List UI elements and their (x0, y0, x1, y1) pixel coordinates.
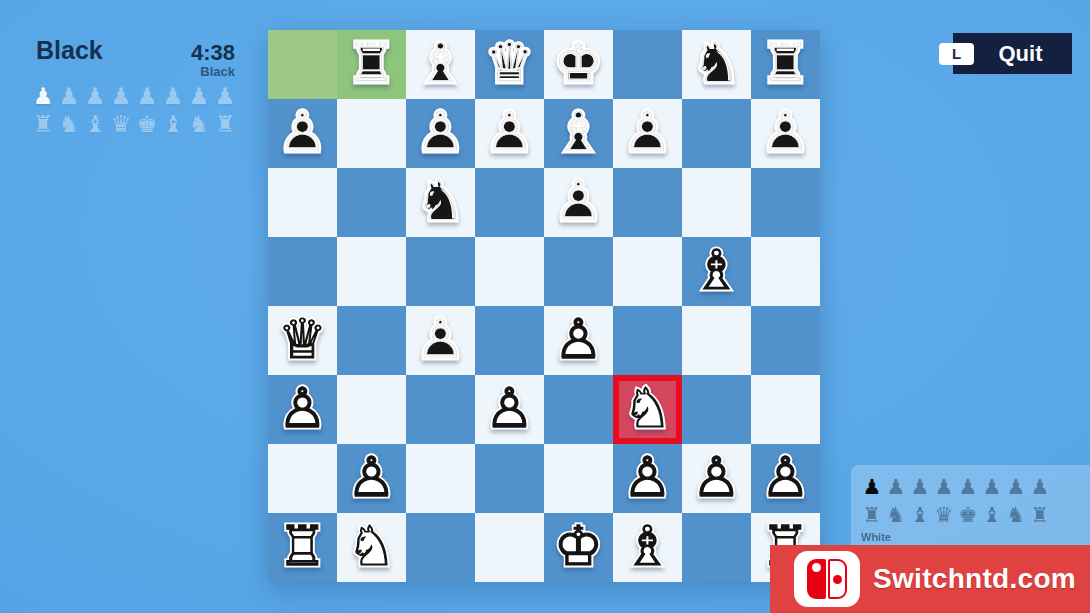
black-rook[interactable]: ♜♖ (337, 30, 406, 99)
game-screen: Black 4:38 Black ♟♟♟♟♟♟♟♟ ♜♞♝♛♚♝♞♜ L Qui… (0, 0, 1090, 613)
watermark-text: Switchntd.com (873, 563, 1076, 595)
square-c1[interactable] (406, 513, 475, 582)
piece-detail: ♗ (613, 513, 682, 582)
piece-detail: ♙ (475, 99, 544, 168)
square-d8[interactable]: ♛♕ (475, 30, 544, 99)
square-e1[interactable]: ♚♔ (544, 513, 613, 582)
piece-detail: ♙ (751, 444, 820, 513)
piece-detail: ♗ (406, 30, 475, 99)
square-a8[interactable] (268, 30, 337, 99)
captured-pawn-icon: ♟ (860, 474, 884, 502)
square-c2[interactable] (406, 444, 475, 513)
piece-detail: ♙ (475, 375, 544, 444)
captured-knight-icon: ♞ (884, 502, 908, 530)
square-e6[interactable]: ♟♙ (544, 168, 613, 237)
black-bishop[interactable]: ♝♗ (406, 30, 475, 99)
clock-time: 4:38 (140, 40, 235, 66)
piece-detail: ♙ (544, 168, 613, 237)
piece-detail: ♙ (544, 306, 613, 375)
square-a1[interactable]: ♜♖ (268, 513, 337, 582)
captured-pawn-icon: ♟ (160, 82, 186, 110)
white-pawn[interactable]: ♟♙ (337, 444, 406, 513)
nintendo-switch-logo-icon (794, 551, 860, 607)
square-b7[interactable] (337, 99, 406, 168)
square-a3[interactable]: ♟♙ (268, 375, 337, 444)
square-e5[interactable] (544, 237, 613, 306)
piece-detail: ♕ (268, 306, 337, 375)
black-pawn[interactable]: ♟♙ (475, 99, 544, 168)
joycon-stick-dot (833, 575, 842, 584)
quit-button[interactable]: L Quit (953, 33, 1072, 74)
piece-detail: ♔ (544, 513, 613, 582)
piece-detail: ♗ (682, 237, 751, 306)
square-d4[interactable] (475, 306, 544, 375)
captured-bishop-icon: ♝ (82, 110, 108, 138)
joycon-right-icon (828, 559, 847, 599)
piece-detail: ♕ (475, 30, 544, 99)
white-queen[interactable]: ♛♕ (268, 306, 337, 375)
square-g2[interactable]: ♟♙ (682, 444, 751, 513)
captured-queen-icon: ♛ (108, 110, 134, 138)
square-a6[interactable] (268, 168, 337, 237)
square-e2[interactable] (544, 444, 613, 513)
white-pawn[interactable]: ♟♙ (268, 375, 337, 444)
captured-bishop-icon: ♝ (908, 502, 932, 530)
piece-detail: ♙ (682, 444, 751, 513)
white-pawn[interactable]: ♟♙ (613, 444, 682, 513)
square-d1[interactable] (475, 513, 544, 582)
clock-player-label: Black (140, 64, 235, 79)
square-g7[interactable] (682, 99, 751, 168)
square-f8[interactable] (613, 30, 682, 99)
piece-detail: ♔ (544, 30, 613, 99)
square-b1[interactable]: ♞♘ (337, 513, 406, 582)
piece-detail: ♙ (406, 99, 475, 168)
square-g6[interactable] (682, 168, 751, 237)
chess-board[interactable]: ♜♖♝♗♛♕♚♔♞♘♜♖♟♙♟♙♟♙♝♗♟♙♟♙♞♘♟♙♝♗♛♕♟♙♟♙♟♙♟♙… (268, 30, 820, 582)
square-b2[interactable]: ♟♙ (337, 444, 406, 513)
black-rook[interactable]: ♜♖ (751, 30, 820, 99)
square-g4[interactable] (682, 306, 751, 375)
joycon-stick-dot (812, 563, 821, 572)
square-c3[interactable] (406, 375, 475, 444)
square-d3[interactable]: ♟♙ (475, 375, 544, 444)
captured-bishop-icon: ♝ (160, 110, 186, 138)
square-d6[interactable] (475, 168, 544, 237)
piece-detail: ♘ (337, 513, 406, 582)
square-d7[interactable]: ♟♙ (475, 99, 544, 168)
square-e3[interactable] (544, 375, 613, 444)
tray-white-pawn-row: ♟♟♟♟♟♟♟♟ (860, 474, 1090, 502)
piece-detail: ♖ (751, 30, 820, 99)
square-g5[interactable]: ♝♗ (682, 237, 751, 306)
captured-pawn-icon: ♟ (956, 474, 980, 502)
captured-pawn-icon: ♟ (134, 82, 160, 110)
square-f2[interactable]: ♟♙ (613, 444, 682, 513)
captured-pawn-icon: ♟ (932, 474, 956, 502)
captured-pawn-icon: ♟ (1028, 474, 1052, 502)
joycon-left-icon (807, 559, 826, 599)
white-knight[interactable]: ♞♘ (337, 513, 406, 582)
square-e4[interactable]: ♟♙ (544, 306, 613, 375)
square-c8[interactable]: ♝♗ (406, 30, 475, 99)
captured-bishop-icon: ♝ (980, 502, 1004, 530)
black-queen[interactable]: ♛♕ (475, 30, 544, 99)
white-pawn[interactable]: ♟♙ (475, 375, 544, 444)
square-h3[interactable] (751, 375, 820, 444)
captured-rook-icon: ♜ (1028, 502, 1052, 530)
black-pawn[interactable]: ♟♙ (544, 168, 613, 237)
tray-black-pawn-row: ♟♟♟♟♟♟♟♟ (30, 82, 238, 110)
captured-pawn-icon: ♟ (186, 82, 212, 110)
square-f6[interactable] (613, 168, 682, 237)
square-a2[interactable] (268, 444, 337, 513)
square-h8[interactable]: ♜♖ (751, 30, 820, 99)
captured-pawn-icon: ♟ (884, 474, 908, 502)
piece-detail: ♗ (544, 99, 613, 168)
l-shoulder-button-icon: L (939, 43, 974, 65)
black-knight[interactable]: ♞♘ (406, 168, 475, 237)
captured-pawn-icon: ♟ (1004, 474, 1028, 502)
black-pawn[interactable]: ♟♙ (406, 306, 475, 375)
black-pawn[interactable]: ♟♙ (268, 99, 337, 168)
square-c4[interactable]: ♟♙ (406, 306, 475, 375)
piece-detail: ♘ (682, 30, 751, 99)
square-h5[interactable] (751, 237, 820, 306)
square-c5[interactable] (406, 237, 475, 306)
captured-pawn-icon: ♟ (980, 474, 1004, 502)
white-pawn[interactable]: ♟♙ (682, 444, 751, 513)
captured-pawn-icon: ♟ (56, 82, 82, 110)
captured-knight-icon: ♞ (186, 110, 212, 138)
captured-pawn-icon: ♟ (908, 474, 932, 502)
white-rook[interactable]: ♜♖ (268, 513, 337, 582)
captured-rook-icon: ♜ (30, 110, 56, 138)
square-f7[interactable]: ♟♙ (613, 99, 682, 168)
square-c6[interactable]: ♞♘ (406, 168, 475, 237)
captured-knight-icon: ♞ (56, 110, 82, 138)
white-king[interactable]: ♚♔ (544, 513, 613, 582)
quit-label: Quit (999, 41, 1043, 66)
captured-king-icon: ♚ (134, 110, 160, 138)
square-g3[interactable] (682, 375, 751, 444)
square-g8[interactable]: ♞♘ (682, 30, 751, 99)
black-knight[interactable]: ♞♘ (682, 30, 751, 99)
square-b5[interactable] (337, 237, 406, 306)
piece-detail: ♙ (406, 306, 475, 375)
white-pawn[interactable]: ♟♙ (751, 444, 820, 513)
black-bishop[interactable]: ♝♗ (544, 99, 613, 168)
black-king[interactable]: ♚♔ (544, 30, 613, 99)
square-e8[interactable]: ♚♔ (544, 30, 613, 99)
square-b8[interactable]: ♜♖ (337, 30, 406, 99)
player-panel-white: ♟♟♟♟♟♟♟♟ ♜♞♝♛♚♝♞♜ White (851, 465, 1090, 553)
piece-detail: ♙ (268, 99, 337, 168)
captured-rook-icon: ♜ (860, 502, 884, 530)
square-d5[interactable] (475, 237, 544, 306)
piece-detail: ♙ (337, 444, 406, 513)
black-pawn[interactable]: ♟♙ (406, 99, 475, 168)
square-b4[interactable] (337, 306, 406, 375)
square-f5[interactable] (613, 237, 682, 306)
player-name-white: White (861, 531, 891, 543)
square-b6[interactable] (337, 168, 406, 237)
piece-detail: ♙ (613, 99, 682, 168)
white-bishop[interactable]: ♝♗ (613, 513, 682, 582)
square-f1[interactable]: ♝♗ (613, 513, 682, 582)
captured-king-icon: ♚ (956, 502, 980, 530)
white-knight[interactable]: ♞♘ (613, 375, 682, 444)
square-h6[interactable] (751, 168, 820, 237)
captured-knight-icon: ♞ (1004, 502, 1028, 530)
white-pawn[interactable]: ♟♙ (544, 306, 613, 375)
tray-black-piece-row: ♜♞♝♛♚♝♞♜ (30, 110, 238, 138)
piece-detail: ♙ (751, 99, 820, 168)
piece-detail: ♖ (268, 513, 337, 582)
piece-detail: ♘ (613, 375, 682, 444)
square-a4[interactable]: ♛♕ (268, 306, 337, 375)
square-d2[interactable] (475, 444, 544, 513)
square-e7[interactable]: ♝♗ (544, 99, 613, 168)
square-a5[interactable] (268, 237, 337, 306)
black-pawn[interactable]: ♟♙ (751, 99, 820, 168)
captured-queen-icon: ♛ (932, 502, 956, 530)
piece-detail: ♘ (406, 168, 475, 237)
black-pawn[interactable]: ♟♙ (613, 99, 682, 168)
captured-pieces-tray-black: ♟♟♟♟♟♟♟♟ ♜♞♝♛♚♝♞♜ (30, 82, 238, 138)
piece-detail: ♙ (268, 375, 337, 444)
captured-rook-icon: ♜ (212, 110, 238, 138)
captured-pawn-icon: ♟ (108, 82, 134, 110)
square-b3[interactable] (337, 375, 406, 444)
square-c7[interactable]: ♟♙ (406, 99, 475, 168)
captured-pawn-icon: ♟ (30, 82, 56, 110)
square-g1[interactable] (682, 513, 751, 582)
square-h7[interactable]: ♟♙ (751, 99, 820, 168)
square-f3[interactable]: ♞♘ (613, 375, 682, 444)
player-name-black: Black (36, 36, 103, 65)
watermark-banner: Switchntd.com (770, 545, 1090, 613)
piece-detail: ♙ (613, 444, 682, 513)
piece-detail: ♖ (337, 30, 406, 99)
captured-pawn-icon: ♟ (212, 82, 238, 110)
square-h4[interactable] (751, 306, 820, 375)
white-bishop[interactable]: ♝♗ (682, 237, 751, 306)
square-h2[interactable]: ♟♙ (751, 444, 820, 513)
tray-white-piece-row: ♜♞♝♛♚♝♞♜ (860, 502, 1090, 530)
captured-pawn-icon: ♟ (82, 82, 108, 110)
square-f4[interactable] (613, 306, 682, 375)
square-a7[interactable]: ♟♙ (268, 99, 337, 168)
